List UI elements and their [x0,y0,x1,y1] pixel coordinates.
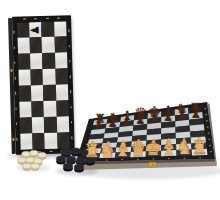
checker-dark-piece [74,164,84,170]
checker-light-piece [18,157,27,162]
piece-dark-pawn: ♟ [122,115,132,128]
coordinate-mark [206,120,208,121]
board-square [190,124,205,131]
piece-dark-pawn: ♟ [136,114,146,127]
checker-light-piece [22,151,31,156]
piece-dark-pawn: ♟ [108,117,118,130]
coordinate-mark [205,114,207,115]
chess-set-product-photo[interactable]: ♟ ♜♞♝♛♚♝♞♜♟♟♟♟♟♟♟♟♟♟♟♟♟♟♟♟♜♞♝♛♚♝♞♜ [0,0,220,200]
checker-light-piece [31,163,40,168]
piece-light-knight: ♞ [99,140,115,161]
piece-dark-pawn: ♟ [177,109,187,122]
checker-light-piece [34,158,43,163]
piece-dark-pawn: ♟ [163,111,173,124]
checker-light-piece [23,163,32,168]
piece-light-king: ♚ [145,137,163,160]
checker-light-piece [26,157,35,162]
coordinate-mark [209,145,211,146]
piece-dark-pawn: ♟ [149,112,159,125]
piece-dark-pawn: ♟ [94,118,104,131]
piece-light-bishop: ♝ [161,138,177,159]
checker-dark-piece [63,163,73,169]
coordinate-mark [208,133,210,134]
checker-dark-piece [71,148,81,154]
coordinate-mark [204,108,206,109]
coordinate-mark [210,151,212,152]
piece-light-rook: ♜ [192,137,208,158]
checker-dark-piece [66,156,76,162]
checker-light-piece [38,152,47,157]
checker-dark-piece [56,156,66,162]
clasp-detail [152,164,153,165]
checker-light-piece [30,150,39,155]
piece-light-rook: ♜ [84,140,100,161]
coordinate-mark [209,139,211,140]
open-board-scene: ♜♞♝♛♚♝♞♜♟♟♟♟♟♟♟♟♟♟♟♟♟♟♟♟♜♞♝♛♚♝♞♜ [0,0,220,200]
checker-dark-piece [61,149,71,155]
coordinate-mark [207,127,209,128]
piece-dark-pawn: ♟ [191,108,201,121]
piece-light-knight: ♞ [176,137,192,158]
